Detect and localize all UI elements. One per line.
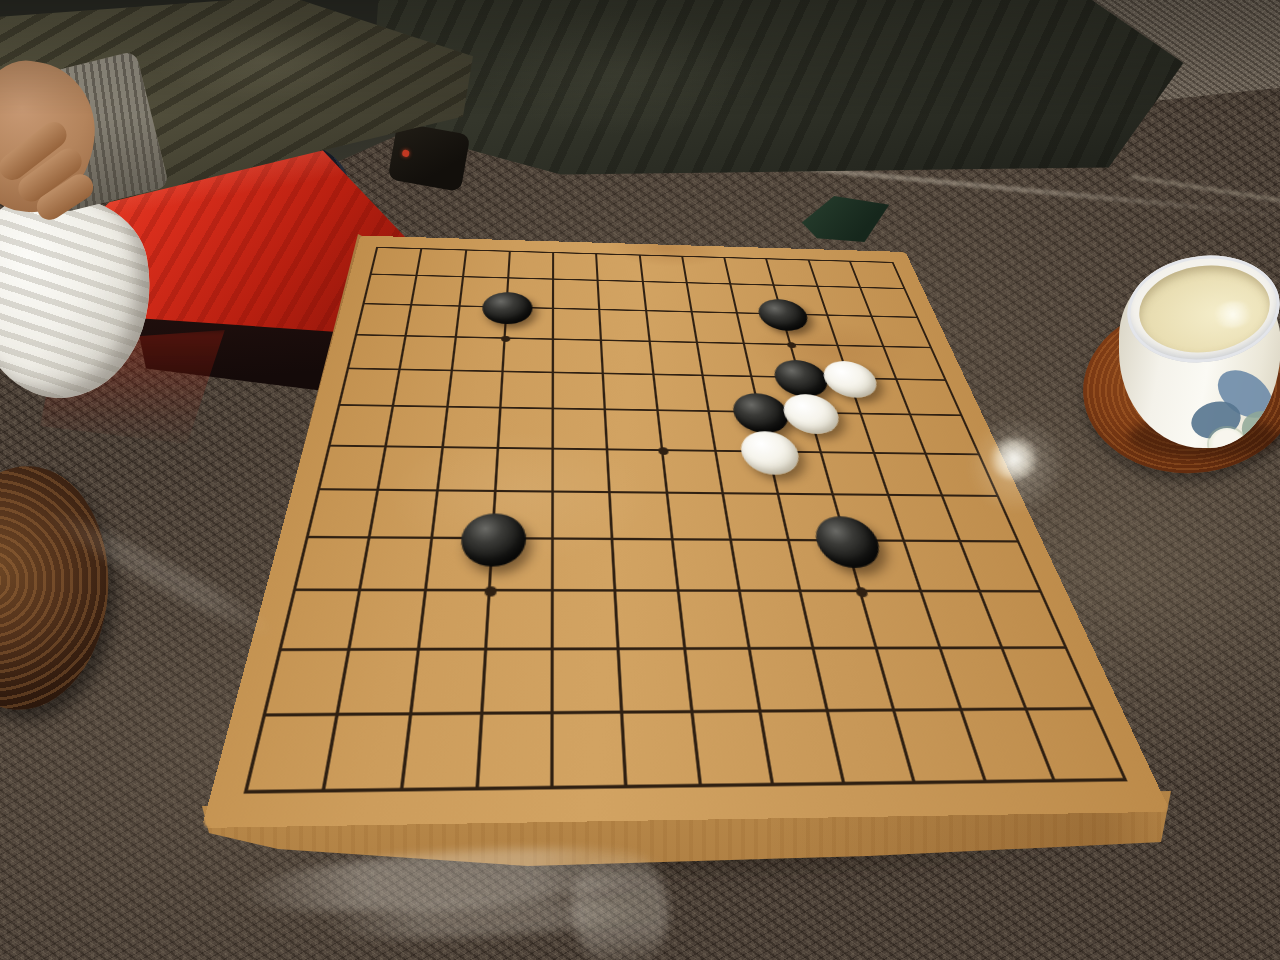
board-cell[interactable] — [554, 449, 611, 493]
board-cell[interactable] — [683, 257, 731, 285]
board-cell[interactable] — [686, 649, 762, 713]
board-cell[interactable] — [357, 304, 412, 336]
board-cell[interactable] — [326, 715, 412, 789]
board-cell[interactable] — [407, 305, 460, 337]
board-cell[interactable] — [611, 493, 673, 541]
board-cell[interactable] — [606, 410, 662, 450]
board-cell[interactable] — [679, 592, 750, 649]
board-cell[interactable] — [351, 591, 426, 650]
person-jacket — [370, 0, 1200, 180]
board-cell[interactable] — [452, 338, 505, 373]
dark-object-in-hand — [388, 122, 471, 192]
board-cell[interactable] — [597, 254, 643, 282]
board-cell[interactable] — [554, 540, 617, 592]
board-cell[interactable] — [361, 539, 432, 592]
board-cell[interactable] — [401, 336, 456, 371]
board-cell[interactable] — [419, 592, 490, 650]
board-cell[interactable] — [266, 650, 351, 716]
board-cell[interactable] — [308, 490, 379, 539]
board-cell[interactable] — [387, 407, 448, 448]
board-cell[interactable] — [394, 370, 452, 408]
board-cell[interactable] — [248, 716, 339, 790]
board-cell[interactable] — [463, 251, 510, 279]
board-cell[interactable] — [371, 491, 438, 539]
board-cell[interactable] — [499, 409, 554, 449]
board-cell[interactable] — [620, 649, 693, 713]
board-cell[interactable] — [438, 448, 499, 492]
board-cell[interactable] — [602, 341, 654, 375]
board-cell[interactable] — [640, 256, 687, 284]
board-cell[interactable] — [487, 592, 554, 650]
board-cell[interactable] — [554, 253, 599, 281]
board-cell[interactable] — [624, 713, 701, 785]
board-cell[interactable] — [554, 340, 604, 375]
board-cell[interactable] — [698, 343, 753, 377]
board-cell[interactable] — [647, 311, 698, 343]
board-cell[interactable] — [617, 592, 686, 649]
board-cell[interactable] — [349, 335, 407, 370]
board-cell[interactable] — [614, 540, 679, 592]
board-cell[interactable] — [643, 282, 692, 312]
board-cell[interactable] — [554, 713, 628, 785]
board-cell[interactable] — [365, 275, 418, 305]
board-cell[interactable] — [418, 249, 467, 277]
board-cell[interactable] — [554, 492, 614, 540]
board-cell[interactable] — [599, 281, 647, 311]
board-cell[interactable] — [372, 248, 423, 276]
board-cell[interactable] — [296, 538, 371, 591]
board-cell[interactable] — [688, 284, 738, 314]
board-cell[interactable] — [693, 312, 745, 344]
board-cell[interactable] — [340, 369, 401, 407]
go-game-photo — [0, 0, 1280, 960]
board-cell[interactable] — [668, 493, 732, 540]
board-cell[interactable] — [411, 650, 486, 715]
board-cell[interactable] — [663, 451, 724, 494]
board-cell[interactable] — [339, 650, 419, 716]
board-cell[interactable] — [554, 649, 624, 713]
board-cell[interactable] — [320, 446, 387, 490]
board-cell[interactable] — [479, 714, 554, 787]
board-cell[interactable] — [281, 591, 361, 650]
board-cell[interactable] — [448, 371, 503, 408]
board-cell[interactable] — [554, 309, 602, 341]
board-cell[interactable] — [601, 310, 651, 342]
board-cell[interactable] — [654, 375, 710, 412]
hoshi-point — [657, 447, 668, 455]
board-cell[interactable] — [554, 410, 609, 450]
board-cell[interactable] — [658, 411, 716, 451]
board-cell[interactable] — [412, 276, 463, 306]
board-cell[interactable] — [673, 540, 741, 592]
board-cell[interactable] — [554, 592, 620, 650]
board-cell[interactable] — [443, 408, 501, 449]
board-cell[interactable] — [501, 372, 554, 409]
board-cell[interactable] — [609, 450, 668, 494]
board-cell[interactable] — [379, 447, 443, 491]
board-cell[interactable] — [554, 280, 600, 310]
light-reflection-spot — [988, 438, 1040, 480]
board-cell[interactable] — [604, 374, 658, 411]
board-cell[interactable] — [330, 406, 394, 447]
board-cell[interactable] — [496, 448, 554, 492]
board-cell[interactable] — [503, 339, 554, 374]
hoshi-point — [501, 336, 510, 342]
board-cell[interactable] — [650, 342, 703, 376]
board-cell[interactable] — [483, 650, 554, 715]
board-cell[interactable] — [509, 252, 554, 280]
board-cell[interactable] — [693, 712, 774, 784]
board-cell[interactable] — [554, 373, 606, 410]
board-cell[interactable] — [403, 714, 483, 787]
